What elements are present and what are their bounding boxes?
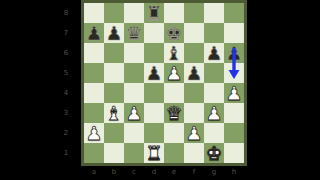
square-f5[interactable]: ♟ bbox=[184, 63, 204, 83]
square-g1[interactable]: ♚ bbox=[204, 143, 224, 163]
square-h6[interactable]: ♟ bbox=[224, 43, 244, 63]
square-c6[interactable] bbox=[124, 43, 144, 63]
square-a8[interactable] bbox=[84, 3, 104, 23]
square-a3[interactable] bbox=[84, 103, 104, 123]
square-e6[interactable]: ♝ bbox=[164, 43, 184, 63]
square-c7[interactable]: ♛ bbox=[124, 23, 144, 43]
board-grid: ♜♟♟♛♚♝♟♟♟♟♟♟♝♟♛♟♟♟♜♚ bbox=[84, 3, 244, 163]
square-b5[interactable] bbox=[104, 63, 124, 83]
square-a6[interactable] bbox=[84, 43, 104, 63]
square-h5[interactable] bbox=[224, 63, 244, 83]
piece-black-bishop-e6[interactable]: ♝ bbox=[165, 43, 182, 63]
piece-white-queen-e3[interactable]: ♛ bbox=[165, 103, 182, 123]
square-b2[interactable] bbox=[104, 123, 124, 143]
square-e3[interactable]: ♛ bbox=[164, 103, 184, 123]
file-label-e: e bbox=[164, 167, 184, 178]
piece-white-pawn-f2[interactable]: ♟ bbox=[185, 123, 202, 143]
square-a5[interactable] bbox=[84, 63, 104, 83]
square-c8[interactable] bbox=[124, 3, 144, 23]
square-c2[interactable] bbox=[124, 123, 144, 143]
rank-label-1: 1 bbox=[58, 143, 74, 163]
square-e7[interactable]: ♚ bbox=[164, 23, 184, 43]
square-e4[interactable] bbox=[164, 83, 184, 103]
square-f8[interactable] bbox=[184, 3, 204, 23]
piece-white-king-g1[interactable]: ♚ bbox=[205, 143, 222, 163]
file-label-c: c bbox=[124, 167, 144, 178]
square-a7[interactable]: ♟ bbox=[84, 23, 104, 43]
file-label-a: a bbox=[84, 167, 104, 178]
piece-white-pawn-g3[interactable]: ♟ bbox=[205, 103, 222, 123]
square-h3[interactable] bbox=[224, 103, 244, 123]
square-f1[interactable] bbox=[184, 143, 204, 163]
square-b7[interactable]: ♟ bbox=[104, 23, 124, 43]
square-a1[interactable] bbox=[84, 143, 104, 163]
square-e8[interactable] bbox=[164, 3, 184, 23]
piece-black-pawn-b7[interactable]: ♟ bbox=[105, 23, 122, 43]
piece-white-pawn-c3[interactable]: ♟ bbox=[125, 103, 142, 123]
square-g5[interactable] bbox=[204, 63, 224, 83]
piece-white-rook-d1[interactable]: ♜ bbox=[145, 143, 162, 163]
rank-label-3: 3 bbox=[58, 103, 74, 123]
square-d8[interactable]: ♜ bbox=[144, 3, 164, 23]
piece-white-pawn-e5[interactable]: ♟ bbox=[165, 63, 182, 83]
rank-label-2: 2 bbox=[58, 123, 74, 143]
square-g2[interactable] bbox=[204, 123, 224, 143]
square-f3[interactable] bbox=[184, 103, 204, 123]
square-e2[interactable] bbox=[164, 123, 184, 143]
square-b1[interactable] bbox=[104, 143, 124, 163]
square-c5[interactable] bbox=[124, 63, 144, 83]
diagram-background: ♜♟♟♛♚♝♟♟♟♟♟♟♝♟♛♟♟♟♜♚ 87654321 abcdefgh bbox=[0, 0, 320, 180]
square-f6[interactable] bbox=[184, 43, 204, 63]
piece-black-pawn-a7[interactable]: ♟ bbox=[85, 23, 102, 43]
piece-white-bishop-b3[interactable]: ♝ bbox=[105, 103, 122, 123]
square-f4[interactable] bbox=[184, 83, 204, 103]
square-h2[interactable] bbox=[224, 123, 244, 143]
square-c1[interactable] bbox=[124, 143, 144, 163]
square-h7[interactable] bbox=[224, 23, 244, 43]
rank-label-8: 8 bbox=[58, 3, 74, 23]
square-e1[interactable] bbox=[164, 143, 184, 163]
square-h4[interactable]: ♟ bbox=[224, 83, 244, 103]
piece-black-queen-c7[interactable]: ♛ bbox=[125, 23, 142, 43]
square-g3[interactable]: ♟ bbox=[204, 103, 224, 123]
square-g8[interactable] bbox=[204, 3, 224, 23]
file-label-f: f bbox=[184, 167, 204, 178]
square-b4[interactable] bbox=[104, 83, 124, 103]
file-label-b: b bbox=[104, 167, 124, 178]
piece-black-pawn-f5[interactable]: ♟ bbox=[185, 63, 202, 83]
square-d2[interactable] bbox=[144, 123, 164, 143]
square-b6[interactable] bbox=[104, 43, 124, 63]
square-f2[interactable]: ♟ bbox=[184, 123, 204, 143]
square-d6[interactable] bbox=[144, 43, 164, 63]
file-label-h: h bbox=[224, 167, 244, 178]
piece-black-rook-d8[interactable]: ♜ bbox=[145, 3, 162, 23]
square-g6[interactable]: ♟ bbox=[204, 43, 224, 63]
square-e5[interactable]: ♟ bbox=[164, 63, 184, 83]
square-g7[interactable] bbox=[204, 23, 224, 43]
piece-white-pawn-a2[interactable]: ♟ bbox=[85, 123, 102, 143]
square-c3[interactable]: ♟ bbox=[124, 103, 144, 123]
square-d1[interactable]: ♜ bbox=[144, 143, 164, 163]
chess-board: ♜♟♟♛♚♝♟♟♟♟♟♟♝♟♛♟♟♟♜♚ bbox=[81, 0, 247, 166]
rank-label-6: 6 bbox=[58, 43, 74, 63]
piece-black-king-e7[interactable]: ♚ bbox=[165, 23, 182, 43]
piece-white-pawn-h4[interactable]: ♟ bbox=[225, 83, 242, 103]
piece-black-pawn-d5[interactable]: ♟ bbox=[145, 63, 162, 83]
square-d3[interactable] bbox=[144, 103, 164, 123]
file-label-d: d bbox=[144, 167, 164, 178]
square-a4[interactable] bbox=[84, 83, 104, 103]
square-d4[interactable] bbox=[144, 83, 164, 103]
file-label-g: g bbox=[204, 167, 224, 178]
square-f7[interactable] bbox=[184, 23, 204, 43]
piece-black-pawn-h6[interactable]: ♟ bbox=[225, 43, 242, 63]
rank-label-5: 5 bbox=[58, 63, 74, 83]
piece-black-pawn-g6[interactable]: ♟ bbox=[205, 43, 222, 63]
square-d5[interactable]: ♟ bbox=[144, 63, 164, 83]
rank-label-7: 7 bbox=[58, 23, 74, 43]
square-c4[interactable] bbox=[124, 83, 144, 103]
square-h1[interactable] bbox=[224, 143, 244, 163]
square-b8[interactable] bbox=[104, 3, 124, 23]
square-a2[interactable]: ♟ bbox=[84, 123, 104, 143]
rank-label-4: 4 bbox=[58, 83, 74, 103]
square-d7[interactable] bbox=[144, 23, 164, 43]
square-h8[interactable] bbox=[224, 3, 244, 23]
square-b3[interactable]: ♝ bbox=[104, 103, 124, 123]
square-g4[interactable] bbox=[204, 83, 224, 103]
